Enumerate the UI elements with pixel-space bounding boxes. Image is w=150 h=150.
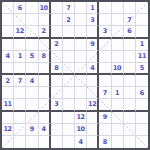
sudoku-grid: 6107123712236291415811841052747161131212…	[2, 2, 148, 148]
cell-r4c12[interactable]: 1	[136, 39, 148, 51]
cell-r3c5[interactable]	[51, 26, 63, 38]
cell-r6c1[interactable]	[2, 63, 14, 75]
cell-r4c2[interactable]	[14, 39, 26, 51]
cell-r9c9[interactable]	[99, 99, 111, 111]
cell-r8c6[interactable]	[63, 87, 75, 99]
cell-r4c10[interactable]	[112, 39, 124, 51]
cell-r2c6[interactable]: 2	[63, 14, 75, 26]
cell-r7c8[interactable]	[87, 75, 99, 87]
cell-r11c7[interactable]: 10	[75, 124, 87, 136]
cell-r11c4[interactable]: 4	[39, 124, 51, 136]
cell-r12c1[interactable]	[2, 136, 14, 148]
cell-r10c9[interactable]: 9	[99, 112, 111, 124]
cell-r5c7[interactable]	[75, 51, 87, 63]
cell-r12c2[interactable]	[14, 136, 26, 148]
cell-r7c10[interactable]	[112, 75, 124, 87]
cell-r5c9[interactable]	[99, 51, 111, 63]
cell-r4c3[interactable]	[26, 39, 38, 51]
cell-r1c5[interactable]	[51, 2, 63, 14]
cell-r9c10[interactable]	[112, 99, 124, 111]
cell-r1c4[interactable]: 10	[39, 2, 51, 14]
cell-r11c10[interactable]	[112, 124, 124, 136]
cell-r11c1[interactable]: 12	[2, 124, 14, 136]
cell-r8c11[interactable]	[124, 87, 136, 99]
cell-r1c10[interactable]	[112, 2, 124, 14]
cell-r6c10[interactable]: 10	[112, 63, 124, 75]
cell-r1c6[interactable]: 7	[63, 2, 75, 14]
cell-r8c3[interactable]	[26, 87, 38, 99]
cell-r5c6[interactable]	[63, 51, 75, 63]
cell-r4c8[interactable]: 9	[87, 39, 99, 51]
cell-r5c12[interactable]: 11	[136, 51, 148, 63]
cell-r6c5[interactable]: 8	[51, 63, 63, 75]
cell-r6c7[interactable]	[75, 63, 87, 75]
cell-r9c2[interactable]	[14, 99, 26, 111]
cell-r9c8[interactable]: 12	[87, 99, 99, 111]
cell-r2c12[interactable]	[136, 14, 148, 26]
cell-r1c9[interactable]	[99, 2, 111, 14]
cell-r7c2[interactable]: 7	[14, 75, 26, 87]
cell-r8c12[interactable]: 6	[136, 87, 148, 99]
cell-r9c5[interactable]: 3	[51, 99, 63, 111]
cell-r3c7[interactable]	[75, 26, 87, 38]
cell-r10c1[interactable]	[2, 112, 14, 124]
cell-r6c8[interactable]: 4	[87, 63, 99, 75]
cell-r7c11[interactable]	[124, 75, 136, 87]
cell-r8c7[interactable]	[75, 87, 87, 99]
cell-r2c2[interactable]	[14, 14, 26, 26]
cell-r1c1[interactable]	[2, 2, 14, 14]
cell-r2c8[interactable]: 3	[87, 14, 99, 26]
cell-r3c10[interactable]	[112, 26, 124, 38]
sudoku-board: 6107123712236291415811841052747161131212…	[0, 0, 150, 150]
cell-r8c9[interactable]: 7	[99, 87, 111, 99]
cell-r8c1[interactable]	[2, 87, 14, 99]
cell-r3c4[interactable]: 2	[39, 26, 51, 38]
cell-r7c1[interactable]: 2	[2, 75, 14, 87]
cell-r7c5[interactable]	[51, 75, 63, 87]
cell-r1c3[interactable]	[26, 2, 38, 14]
cell-r3c8[interactable]	[87, 26, 99, 38]
cell-r4c1[interactable]	[2, 39, 14, 51]
cell-r7c4[interactable]	[39, 75, 51, 87]
cell-r12c5[interactable]	[51, 136, 63, 148]
cell-r4c11[interactable]	[124, 39, 136, 51]
cell-r9c12[interactable]	[136, 99, 148, 111]
cell-r12c12[interactable]	[136, 136, 148, 148]
cell-r4c7[interactable]	[75, 39, 87, 51]
cell-r10c11[interactable]	[124, 112, 136, 124]
cell-r5c11[interactable]	[124, 51, 136, 63]
cell-r6c4[interactable]	[39, 63, 51, 75]
cell-r12c4[interactable]	[39, 136, 51, 148]
cell-r7c9[interactable]	[99, 75, 111, 87]
cell-r10c3[interactable]	[26, 112, 38, 124]
cell-r8c5[interactable]	[51, 87, 63, 99]
cell-r4c4[interactable]	[39, 39, 51, 51]
cell-r6c6[interactable]	[63, 63, 75, 75]
cell-r10c10[interactable]	[112, 112, 124, 124]
cell-r2c11[interactable]: 7	[124, 14, 136, 26]
cell-r11c8[interactable]	[87, 124, 99, 136]
cell-r12c7[interactable]: 4	[75, 136, 87, 148]
cell-r5c3[interactable]: 5	[26, 51, 38, 63]
cell-r12c9[interactable]: 8	[99, 136, 111, 148]
cell-r10c2[interactable]	[14, 112, 26, 124]
cell-r11c9[interactable]	[99, 124, 111, 136]
cell-r6c2[interactable]	[14, 63, 26, 75]
cell-r10c5[interactable]	[51, 112, 63, 124]
cell-r6c11[interactable]	[124, 63, 136, 75]
cell-r11c12[interactable]	[136, 124, 148, 136]
cell-r10c7[interactable]: 12	[75, 112, 87, 124]
cell-r2c5[interactable]	[51, 14, 63, 26]
cell-r6c12[interactable]: 5	[136, 63, 148, 75]
cell-r10c6[interactable]	[63, 112, 75, 124]
cell-r12c10[interactable]	[112, 136, 124, 148]
cell-r5c2[interactable]: 1	[14, 51, 26, 63]
cell-r1c2[interactable]: 6	[14, 2, 26, 14]
cell-r12c11[interactable]	[124, 136, 136, 148]
cell-r11c6[interactable]	[63, 124, 75, 136]
cell-r3c12[interactable]	[136, 26, 148, 38]
cell-r5c8[interactable]	[87, 51, 99, 63]
cell-r3c9[interactable]: 3	[99, 26, 111, 38]
cell-r2c10[interactable]	[112, 14, 124, 26]
cell-r7c7[interactable]	[75, 75, 87, 87]
cell-r7c6[interactable]	[63, 75, 75, 87]
cell-r2c7[interactable]	[75, 14, 87, 26]
cell-r1c11[interactable]	[124, 2, 136, 14]
cell-r5c1[interactable]: 4	[2, 51, 14, 63]
cell-r5c4[interactable]: 8	[39, 51, 51, 63]
cell-r6c3[interactable]	[26, 63, 38, 75]
cell-r6c9[interactable]	[99, 63, 111, 75]
cell-r8c2[interactable]	[14, 87, 26, 99]
cell-r10c12[interactable]	[136, 112, 148, 124]
cell-r8c10[interactable]: 1	[112, 87, 124, 99]
cell-r10c8[interactable]	[87, 112, 99, 124]
cell-r12c6[interactable]	[63, 136, 75, 148]
cell-r3c1[interactable]	[2, 26, 14, 38]
cell-r4c5[interactable]: 2	[51, 39, 63, 51]
cell-r3c2[interactable]: 12	[14, 26, 26, 38]
cell-r12c3[interactable]	[26, 136, 38, 148]
cell-r8c4[interactable]	[39, 87, 51, 99]
cell-r3c3[interactable]	[26, 26, 38, 38]
cell-r11c2[interactable]	[14, 124, 26, 136]
cell-r1c12[interactable]	[136, 2, 148, 14]
cell-r5c10[interactable]	[112, 51, 124, 63]
cell-r1c8[interactable]: 1	[87, 2, 99, 14]
cell-r9c4[interactable]	[39, 99, 51, 111]
cell-r4c6[interactable]	[63, 39, 75, 51]
cell-r10c4[interactable]	[39, 112, 51, 124]
cell-r7c12[interactable]	[136, 75, 148, 87]
cell-r1c7[interactable]	[75, 2, 87, 14]
cell-r2c3[interactable]	[26, 14, 38, 26]
cell-r3c6[interactable]	[63, 26, 75, 38]
cell-r2c1[interactable]	[2, 14, 14, 26]
cell-r9c1[interactable]: 11	[2, 99, 14, 111]
cell-r9c7[interactable]	[75, 99, 87, 111]
cell-r12c8[interactable]	[87, 136, 99, 148]
cell-r11c5[interactable]	[51, 124, 63, 136]
cell-r7c3[interactable]: 4	[26, 75, 38, 87]
cell-r9c6[interactable]	[63, 99, 75, 111]
cell-r11c3[interactable]: 9	[26, 124, 38, 136]
cell-r2c4[interactable]	[39, 14, 51, 26]
cell-r9c11[interactable]	[124, 99, 136, 111]
cell-r2c9[interactable]	[99, 14, 111, 26]
cell-r4c9[interactable]	[99, 39, 111, 51]
cell-r8c8[interactable]	[87, 87, 99, 99]
cell-r5c5[interactable]	[51, 51, 63, 63]
cell-r11c11[interactable]	[124, 124, 136, 136]
cell-r9c3[interactable]	[26, 99, 38, 111]
cell-r3c11[interactable]: 6	[124, 26, 136, 38]
